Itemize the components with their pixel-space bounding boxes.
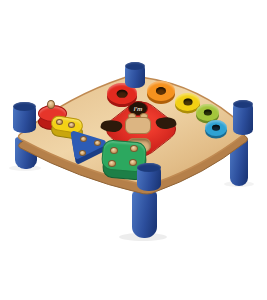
- green-piece-peg-1: [110, 147, 118, 154]
- corner-post-top: [125, 62, 145, 88]
- corner-post-left-top-face: [13, 102, 36, 111]
- stacking-ring-blue: [205, 120, 227, 136]
- stacking-ring-green-hole: [203, 109, 211, 116]
- stacking-ring-blue-hole: [212, 125, 220, 131]
- toy-photo-stage: I'm: [0, 0, 267, 300]
- green-piece-peg-4: [129, 159, 137, 166]
- activity-table-toy: I'm: [0, 0, 267, 300]
- stacking-ring-orange-hole: [156, 87, 166, 95]
- stacking-ring-red-hole: [117, 89, 128, 97]
- red-piece-peg: [47, 100, 55, 109]
- face-nose-block: [125, 117, 151, 134]
- triangle-peg-1: [80, 136, 87, 142]
- stacking-ring-green: [196, 104, 219, 121]
- green-piece-peg-3: [108, 160, 116, 167]
- green-piece-peg-2: [130, 145, 138, 152]
- corner-post-right-top-face: [233, 100, 253, 108]
- corner-post-front: [137, 163, 161, 191]
- corner-post-top-top-face: [125, 62, 145, 70]
- triangle-peg-2: [94, 140, 101, 146]
- stacking-ring-yellow-hole: [183, 98, 192, 105]
- stacking-ring-orange: [147, 81, 175, 101]
- corner-post-right: [233, 100, 253, 135]
- corner-post-left: [13, 102, 36, 133]
- corner-post-front-top-face: [137, 163, 161, 172]
- triangle-peg-3: [79, 150, 86, 156]
- yellow-piece-peg-1: [56, 119, 63, 125]
